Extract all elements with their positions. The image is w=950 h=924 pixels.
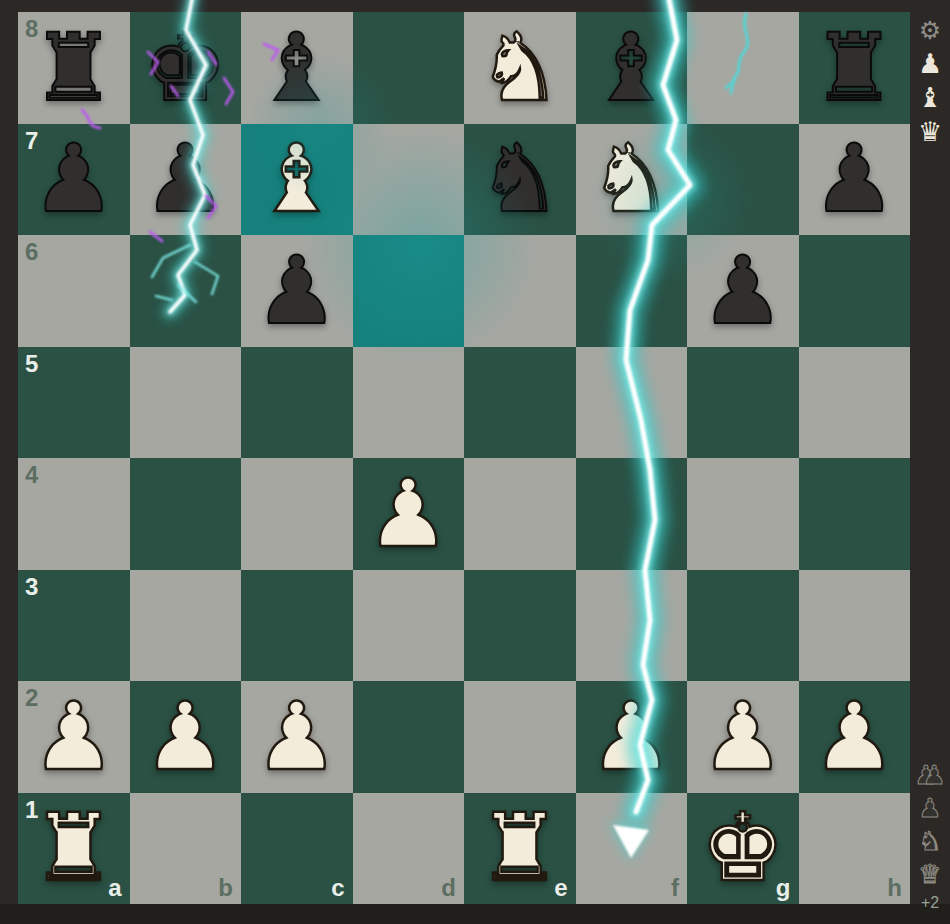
square-c4[interactable] <box>241 458 353 570</box>
square-e3[interactable] <box>464 570 576 682</box>
white-pawn-g2[interactable]: ♟ <box>701 690 785 784</box>
material-advantage: +2 <box>921 894 939 912</box>
square-d2[interactable] <box>353 681 465 793</box>
white-knight-e8[interactable]: ♞ <box>478 21 562 115</box>
square-h8[interactable]: ♜ <box>799 12 911 124</box>
settings-gear-icon[interactable]: ⚙ <box>919 18 941 43</box>
black-pawn-b7[interactable]: ♟ <box>143 132 227 226</box>
square-d1[interactable]: d <box>353 793 465 905</box>
bottom-strip <box>0 904 950 924</box>
captured-pawn-icon: ♟ <box>918 50 942 77</box>
square-e2[interactable] <box>464 681 576 793</box>
square-b4[interactable] <box>130 458 242 570</box>
captured-group-bishop: ♝ <box>918 84 942 111</box>
white-pawn-a2[interactable]: ♟ <box>32 690 116 784</box>
square-g4[interactable] <box>687 458 799 570</box>
square-f1[interactable]: f <box>576 793 688 905</box>
white-pawn-b2[interactable]: ♟ <box>143 690 227 784</box>
square-f5[interactable] <box>576 347 688 459</box>
white-bishop-c7[interactable]: ♝ <box>255 132 339 226</box>
black-pawn-g6[interactable]: ♟ <box>701 244 785 338</box>
square-d4[interactable]: ♟ <box>353 458 465 570</box>
captured-knight-icon: ♞ <box>918 828 941 854</box>
square-a4[interactable]: 4 <box>18 458 130 570</box>
square-g3[interactable] <box>687 570 799 682</box>
square-e4[interactable] <box>464 458 576 570</box>
captured-pawn-icon: ♟ <box>918 795 941 821</box>
captured-pawn-icon: ♟ <box>923 762 946 788</box>
square-d8[interactable] <box>353 12 465 124</box>
square-h4[interactable] <box>799 458 911 570</box>
white-king-g1[interactable]: ♚ <box>701 801 785 895</box>
square-g6[interactable]: ♟ <box>687 235 799 347</box>
white-pawn-f2[interactable]: ♟ <box>589 690 673 784</box>
square-g5[interactable] <box>687 347 799 459</box>
rank-label-4: 4 <box>25 463 38 487</box>
file-label-f: f <box>671 876 679 900</box>
black-king-b8[interactable]: ♚ <box>143 21 227 115</box>
captured-queen-icon: ♛ <box>918 118 942 145</box>
square-h2[interactable]: ♟ <box>799 681 911 793</box>
white-pawn-h2[interactable]: ♟ <box>812 690 896 784</box>
file-label-d: d <box>441 876 456 900</box>
captured-group-knight: ♞ <box>918 828 941 854</box>
square-b1[interactable]: b <box>130 793 242 905</box>
black-pawn-a7[interactable]: ♟ <box>32 132 116 226</box>
square-g8[interactable] <box>687 12 799 124</box>
captured-bishop-icon: ♝ <box>918 84 942 111</box>
square-h3[interactable] <box>799 570 911 682</box>
square-c8[interactable]: ♝ <box>241 12 353 124</box>
rank-label-3: 3 <box>25 575 38 599</box>
square-f2[interactable]: ♟ <box>576 681 688 793</box>
square-a5[interactable]: 5 <box>18 347 130 459</box>
square-b3[interactable] <box>130 570 242 682</box>
captured-group-pawn-pawn: ♟♟ <box>914 762 946 788</box>
rank-label-6: 6 <box>25 240 38 264</box>
square-a7[interactable]: 7♟ <box>18 124 130 236</box>
right-sidebar: ⚙ ♟♝♛ ♟♟♟♞♛ +2 <box>910 0 950 924</box>
square-a1[interactable]: 1a♜ <box>18 793 130 905</box>
square-c5[interactable] <box>241 347 353 459</box>
square-e1[interactable]: e♜ <box>464 793 576 905</box>
square-b2[interactable]: ♟ <box>130 681 242 793</box>
square-b5[interactable] <box>130 347 242 459</box>
square-c1[interactable]: c <box>241 793 353 905</box>
white-rook-a1[interactable]: ♜ <box>32 801 116 895</box>
square-b7[interactable]: ♟ <box>130 124 242 236</box>
captured-group-pawn: ♟ <box>918 795 941 821</box>
black-bishop-f8[interactable]: ♝ <box>589 21 673 115</box>
captured-group-pawn: ♟ <box>918 50 942 77</box>
square-f8[interactable]: ♝ <box>576 12 688 124</box>
black-rook-h8[interactable]: ♜ <box>812 21 896 115</box>
square-a8[interactable]: 8♜ <box>18 12 130 124</box>
square-c3[interactable] <box>241 570 353 682</box>
white-pawn-c2[interactable]: ♟ <box>255 690 339 784</box>
square-e8[interactable]: ♞ <box>464 12 576 124</box>
square-a2[interactable]: 2♟ <box>18 681 130 793</box>
square-g2[interactable]: ♟ <box>687 681 799 793</box>
square-h6[interactable] <box>799 235 911 347</box>
captured-black-pieces-tray: ♟♟♟♞♛ <box>914 762 946 887</box>
captured-group-queen: ♛ <box>918 861 941 887</box>
white-knight-f7[interactable]: ♞ <box>589 132 673 226</box>
rank-label-5: 5 <box>25 352 38 376</box>
captured-queen-icon: ♛ <box>918 861 941 887</box>
square-f3[interactable] <box>576 570 688 682</box>
square-c6[interactable]: ♟ <box>241 235 353 347</box>
black-rook-a8[interactable]: ♜ <box>32 21 116 115</box>
white-pawn-d4[interactable]: ♟ <box>366 467 450 561</box>
square-h7[interactable]: ♟ <box>799 124 911 236</box>
square-c2[interactable]: ♟ <box>241 681 353 793</box>
black-knight-e7[interactable]: ♞ <box>478 132 562 226</box>
square-d3[interactable] <box>353 570 465 682</box>
square-e7[interactable]: ♞ <box>464 124 576 236</box>
square-f7[interactable]: ♞ <box>576 124 688 236</box>
captured-white-pieces-tray: ♟♝♛ <box>918 50 942 145</box>
square-b6[interactable] <box>130 235 242 347</box>
file-label-h: h <box>887 876 902 900</box>
square-g7[interactable] <box>687 124 799 236</box>
square-c7[interactable]: ♝ <box>241 124 353 236</box>
captured-group-queen: ♛ <box>918 118 942 145</box>
square-f4[interactable] <box>576 458 688 570</box>
square-e5[interactable] <box>464 347 576 459</box>
square-h1[interactable]: h <box>799 793 911 905</box>
chess-board: 8♜♚♝♞♝♜7♟♟♝♞♞♟6♟♟54♟32♟♟♟♟♟♟1a♜bcde♜fg♚h <box>18 12 910 904</box>
square-d7[interactable] <box>353 124 465 236</box>
black-bishop-c8[interactable]: ♝ <box>255 21 339 115</box>
square-h5[interactable] <box>799 347 911 459</box>
file-label-b: b <box>218 876 233 900</box>
square-a3[interactable]: 3 <box>18 570 130 682</box>
white-rook-e1[interactable]: ♜ <box>478 801 562 895</box>
square-e6[interactable] <box>464 235 576 347</box>
file-label-c: c <box>331 876 344 900</box>
square-d6[interactable] <box>353 235 465 347</box>
square-d5[interactable] <box>353 347 465 459</box>
black-pawn-h7[interactable]: ♟ <box>812 132 896 226</box>
square-g1[interactable]: g♚ <box>687 793 799 905</box>
square-b8[interactable]: ♚ <box>130 12 242 124</box>
square-f6[interactable] <box>576 235 688 347</box>
square-a6[interactable]: 6 <box>18 235 130 347</box>
black-pawn-c6[interactable]: ♟ <box>255 244 339 338</box>
